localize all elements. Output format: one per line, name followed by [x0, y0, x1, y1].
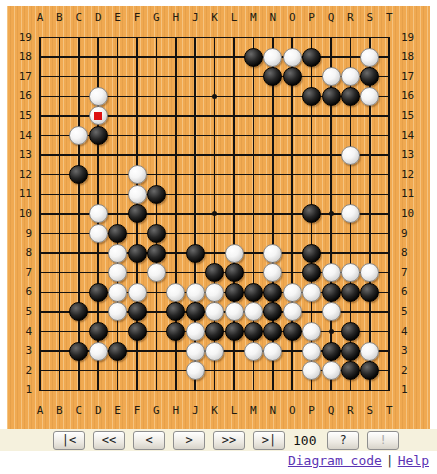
black-stone-M18 [244, 48, 263, 67]
coord-label-top: L [226, 12, 242, 24]
white-stone-N8 [263, 244, 282, 263]
coord-label-top: P [304, 12, 320, 24]
coord-label-top: G [148, 12, 164, 24]
coord-label-top: D [90, 12, 106, 24]
coord-label-bottom: R [342, 405, 358, 417]
go-diagram-viewer: AABBCCDDEEFFGGHHJJKKLLMMNNOOPPQQRRSSTT19… [0, 0, 437, 474]
black-stone-F5 [128, 302, 147, 321]
coord-label-bottom: D [90, 405, 106, 417]
white-stone-Q5 [322, 302, 341, 321]
coord-label-bottom: F [129, 405, 145, 417]
coord-label-right: 16 [401, 90, 423, 102]
black-stone-C5 [69, 302, 88, 321]
white-stone-K6 [205, 283, 224, 302]
black-stone-N6 [263, 283, 282, 302]
grid-vline [156, 37, 158, 391]
hoshi-point [329, 329, 334, 334]
nav-first-button[interactable]: |< [53, 431, 85, 450]
white-stone-D16 [89, 87, 108, 106]
coord-label-right: 19 [401, 32, 423, 44]
black-stone-E9 [108, 224, 127, 243]
footer-links: Diagram code|Help [0, 453, 429, 471]
coord-label-right: 12 [401, 169, 423, 181]
white-stone-R10 [341, 204, 360, 223]
coord-label-bottom: N [265, 405, 281, 417]
white-stone-R7 [341, 263, 360, 282]
black-stone-M6 [244, 283, 263, 302]
link-separator: | [386, 453, 394, 468]
black-stone-O4 [283, 322, 302, 341]
coord-label-left: 5 [10, 306, 32, 318]
coord-label-right: 13 [401, 149, 423, 161]
black-stone-P8 [302, 244, 321, 263]
white-stone-S18 [360, 48, 379, 67]
coord-label-bottom: O [284, 405, 300, 417]
coord-label-left: 18 [10, 51, 32, 63]
coord-label-left: 3 [10, 345, 32, 357]
coord-label-bottom: H [168, 405, 184, 417]
diagram-code-link[interactable]: Diagram code [288, 453, 382, 468]
white-stone-P6 [302, 283, 321, 302]
coord-label-left: 8 [10, 247, 32, 259]
coord-label-top: J [187, 12, 203, 24]
white-stone-N18 [263, 48, 282, 67]
white-stone-E8 [108, 244, 127, 263]
black-stone-G8 [147, 244, 166, 263]
white-stone-K3 [205, 342, 224, 361]
white-stone-O6 [283, 283, 302, 302]
white-stone-E5 [108, 302, 127, 321]
white-stone-F6 [128, 283, 147, 302]
help-link[interactable]: Help [398, 453, 429, 468]
white-stone-O18 [283, 48, 302, 67]
coord-label-top: M [245, 12, 261, 24]
grid-vline [59, 37, 61, 391]
black-stone-N5 [263, 302, 282, 321]
nav-back-1-button[interactable]: < [133, 431, 165, 450]
white-stone-J2 [186, 361, 205, 380]
alert-button[interactable]: ! [367, 431, 399, 450]
black-stone-E3 [108, 342, 127, 361]
coord-label-bottom: T [381, 405, 397, 417]
coord-label-right: 1 [401, 384, 423, 396]
black-stone-R16 [341, 87, 360, 106]
white-stone-P2 [302, 361, 321, 380]
white-stone-M3 [244, 342, 263, 361]
black-stone-S2 [360, 361, 379, 380]
coord-label-bottom: M [245, 405, 261, 417]
black-stone-G11 [147, 185, 166, 204]
black-stone-P18 [302, 48, 321, 67]
coord-label-right: 18 [401, 51, 423, 63]
coord-label-top: E [110, 12, 126, 24]
coord-label-right: 17 [401, 71, 423, 83]
coord-label-right: 11 [401, 188, 423, 200]
white-stone-S7 [360, 263, 379, 282]
coord-label-left: 6 [10, 286, 32, 298]
nav-buttons-container: |<<<<>>>>| [53, 431, 293, 450]
white-stone-G7 [147, 263, 166, 282]
coord-label-right: 3 [401, 345, 423, 357]
coord-label-left: 9 [10, 228, 32, 240]
navigation-toolbar: |<<<<>>>>| 100 ? ! [0, 429, 437, 451]
black-stone-C12 [69, 165, 88, 184]
white-stone-D15 [89, 106, 108, 125]
move-number-field[interactable]: 100 [293, 433, 319, 448]
black-stone-Q3 [322, 342, 341, 361]
nav-last-button[interactable]: >| [253, 431, 285, 450]
coord-label-bottom: B [51, 405, 67, 417]
black-stone-R3 [341, 342, 360, 361]
last-move-marker [94, 112, 102, 120]
coord-label-left: 17 [10, 71, 32, 83]
coord-label-right: 9 [401, 228, 423, 240]
black-stone-K4 [205, 322, 224, 341]
coord-label-bottom: E [110, 405, 126, 417]
coord-label-bottom: C [71, 405, 87, 417]
coord-label-top: N [265, 12, 281, 24]
coord-label-left: 7 [10, 267, 32, 279]
black-stone-J5 [186, 302, 205, 321]
coord-label-bottom: G [148, 405, 164, 417]
black-stone-S6 [360, 283, 379, 302]
coord-label-bottom: J [187, 405, 203, 417]
white-stone-D9 [89, 224, 108, 243]
black-stone-D4 [89, 322, 108, 341]
white-stone-C14 [69, 126, 88, 145]
grid-vline [117, 37, 119, 391]
coord-label-top: B [51, 12, 67, 24]
goban: AABBCCDDEEFFGGHHJJKKLLMMNNOOPPQQRRSSTT19… [7, 6, 430, 429]
black-stone-S17 [360, 67, 379, 86]
hoshi-point [212, 211, 217, 216]
black-stone-L4 [225, 322, 244, 341]
white-stone-J4 [186, 322, 205, 341]
black-stone-N4 [263, 322, 282, 341]
coord-label-left: 16 [10, 90, 32, 102]
black-stone-J8 [186, 244, 205, 263]
help-question-button[interactable]: ? [327, 431, 359, 450]
white-stone-R13 [341, 146, 360, 165]
white-stone-O5 [283, 302, 302, 321]
coord-label-right: 5 [401, 306, 423, 318]
coord-label-bottom: Q [323, 405, 339, 417]
black-stone-F8 [128, 244, 147, 263]
white-stone-Q2 [322, 361, 341, 380]
coord-label-right: 6 [401, 286, 423, 298]
grid-vline [78, 37, 80, 391]
black-stone-P16 [302, 87, 321, 106]
white-stone-R17 [341, 67, 360, 86]
white-stone-S3 [360, 342, 379, 361]
coord-label-bottom: P [304, 405, 320, 417]
black-stone-F10 [128, 204, 147, 223]
white-stone-E6 [108, 283, 127, 302]
coord-label-top: H [168, 12, 184, 24]
coord-label-right: 4 [401, 326, 423, 338]
white-stone-L8 [225, 244, 244, 263]
black-stone-L7 [225, 263, 244, 282]
black-stone-R6 [341, 283, 360, 302]
coord-label-left: 4 [10, 326, 32, 338]
white-stone-D10 [89, 204, 108, 223]
nav-forward-1-button[interactable]: > [173, 431, 205, 450]
black-stone-N17 [263, 67, 282, 86]
white-stone-D3 [89, 342, 108, 361]
hoshi-point [212, 94, 217, 99]
coord-label-right: 2 [401, 365, 423, 377]
black-stone-O17 [283, 67, 302, 86]
coord-label-right: 7 [401, 267, 423, 279]
coord-label-left: 11 [10, 188, 32, 200]
nav-back-10-button[interactable]: << [93, 431, 125, 450]
black-stone-L6 [225, 283, 244, 302]
black-stone-P7 [302, 263, 321, 282]
coord-label-top: C [71, 12, 87, 24]
black-stone-D6 [89, 283, 108, 302]
black-stone-C3 [69, 342, 88, 361]
coord-label-bottom: K [207, 405, 223, 417]
white-stone-N7 [263, 263, 282, 282]
grid-vline [388, 37, 390, 391]
coord-label-bottom: S [362, 405, 378, 417]
coord-label-top: T [381, 12, 397, 24]
black-stone-R4 [341, 322, 360, 341]
nav-forward-10-button[interactable]: >> [213, 431, 245, 450]
black-stone-G9 [147, 224, 166, 243]
coord-label-right: 10 [401, 208, 423, 220]
coord-label-top: O [284, 12, 300, 24]
white-stone-F11 [128, 185, 147, 204]
white-stone-S16 [360, 87, 379, 106]
hoshi-point [329, 211, 334, 216]
white-stone-Q7 [322, 263, 341, 282]
white-stone-J6 [186, 283, 205, 302]
white-stone-Q17 [322, 67, 341, 86]
coord-label-left: 1 [10, 384, 32, 396]
coord-label-right: 8 [401, 247, 423, 259]
white-stone-L5 [225, 302, 244, 321]
coord-label-top: F [129, 12, 145, 24]
black-stone-Q6 [322, 283, 341, 302]
white-stone-P3 [302, 342, 321, 361]
coord-label-left: 13 [10, 149, 32, 161]
coord-label-right: 14 [401, 130, 423, 142]
white-stone-E7 [108, 263, 127, 282]
white-stone-N3 [263, 342, 282, 361]
coord-label-bottom: A [32, 405, 48, 417]
black-stone-M4 [244, 322, 263, 341]
coord-label-top: S [362, 12, 378, 24]
coord-label-right: 15 [401, 110, 423, 122]
white-stone-J3 [186, 342, 205, 361]
coord-label-left: 2 [10, 365, 32, 377]
coord-label-left: 12 [10, 169, 32, 181]
white-stone-H6 [166, 283, 185, 302]
white-stone-M5 [244, 302, 263, 321]
black-stone-H4 [166, 322, 185, 341]
coord-label-left: 15 [10, 110, 32, 122]
white-stone-K5 [205, 302, 224, 321]
black-stone-Q16 [322, 87, 341, 106]
coord-label-left: 10 [10, 208, 32, 220]
coord-label-bottom: L [226, 405, 242, 417]
coord-label-left: 19 [10, 32, 32, 44]
coord-label-top: Q [323, 12, 339, 24]
coord-label-left: 14 [10, 130, 32, 142]
coord-label-top: R [342, 12, 358, 24]
black-stone-P10 [302, 204, 321, 223]
black-stone-K7 [205, 263, 224, 282]
white-stone-F12 [128, 165, 147, 184]
white-stone-P4 [302, 322, 321, 341]
grid-vline [39, 37, 41, 391]
black-stone-D14 [89, 126, 108, 145]
black-stone-R2 [341, 361, 360, 380]
coord-label-top: K [207, 12, 223, 24]
black-stone-H5 [166, 302, 185, 321]
coord-label-top: A [32, 12, 48, 24]
black-stone-F4 [128, 322, 147, 341]
